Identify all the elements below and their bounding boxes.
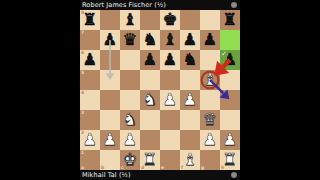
square-a2[interactable]: 2♟ [80, 130, 100, 150]
piece-white-pawn-h2[interactable]: ♟ [220, 130, 240, 150]
square-d8[interactable] [140, 10, 160, 30]
piece-black-queen-c7[interactable]: ♛ [120, 30, 140, 50]
game-panel: Robert James Fischer (½) 8♜♝♚♜7♟♛♞♝♟♟6♟♟… [80, 0, 240, 180]
square-h5[interactable] [220, 70, 240, 90]
square-c1[interactable]: c♚ [120, 150, 140, 170]
piece-black-pawn-d6[interactable]: ♟ [140, 50, 160, 70]
piece-white-bishop-f1[interactable]: ♝ [180, 150, 200, 170]
piece-white-pawn-f4[interactable]: ♟ [180, 90, 200, 110]
square-g4[interactable] [200, 90, 220, 110]
square-e6[interactable]: ♟ [160, 50, 180, 70]
piece-black-rook-a8[interactable]: ♜ [80, 10, 100, 30]
rank-coord-5: 5 [81, 70, 84, 75]
piece-black-king-e8[interactable]: ♚ [160, 10, 180, 30]
piece-white-pawn-g2[interactable]: ♟ [200, 130, 220, 150]
square-h2[interactable]: ♟ [220, 130, 240, 150]
square-e7[interactable]: ♝ [160, 30, 180, 50]
square-b5[interactable] [100, 70, 120, 90]
square-d2[interactable] [140, 130, 160, 150]
square-e8[interactable]: ♚ [160, 10, 180, 30]
square-a4[interactable]: 4 [80, 90, 100, 110]
square-d3[interactable] [140, 110, 160, 130]
bottom-player-avatar-icon [231, 172, 237, 178]
square-b2[interactable]: ♟ [100, 130, 120, 150]
piece-black-bishop-e7[interactable]: ♝ [160, 30, 180, 50]
square-c5[interactable] [120, 70, 140, 90]
square-g1[interactable]: g [200, 150, 220, 170]
bottom-player-name[interactable]: Mikhail Tal (½) [80, 170, 131, 180]
square-d7[interactable]: ♞ [140, 30, 160, 50]
square-g8[interactable] [200, 10, 220, 30]
square-h4[interactable] [220, 90, 240, 110]
square-b1[interactable]: b [100, 150, 120, 170]
chess-board[interactable]: 8♜♝♚♜7♟♛♞♝♟♟6♟♟♟♞♟✓5♝4♞♟♟3♞♛2♟♟♟♟♟1abc♚d… [80, 10, 240, 170]
square-g3[interactable]: ♛ [200, 110, 220, 130]
square-g6[interactable] [200, 50, 220, 70]
piece-white-pawn-a2[interactable]: ♟ [80, 130, 100, 150]
square-f1[interactable]: f♝ [180, 150, 200, 170]
square-e5[interactable] [160, 70, 180, 90]
rank-coord-7: 7 [81, 30, 84, 35]
square-b7[interactable]: ♟ [100, 30, 120, 50]
square-c6[interactable] [120, 50, 140, 70]
square-f8[interactable] [180, 10, 200, 30]
piece-white-rook-d1[interactable]: ♜ [140, 150, 160, 170]
square-a8[interactable]: 8♜ [80, 10, 100, 30]
piece-black-pawn-g7[interactable]: ♟ [200, 30, 220, 50]
piece-black-pawn-b7[interactable]: ♟ [100, 30, 120, 50]
correct-move-check-icon: ✓ [221, 51, 227, 58]
square-b4[interactable] [100, 90, 120, 110]
square-f3[interactable] [180, 110, 200, 130]
square-a6[interactable]: 6♟ [80, 50, 100, 70]
square-e4[interactable]: ♟ [160, 90, 180, 110]
piece-black-knight-d7[interactable]: ♞ [140, 30, 160, 50]
rank-coord-1: 1 [81, 150, 84, 155]
square-h7[interactable] [220, 30, 240, 50]
square-b6[interactable] [100, 50, 120, 70]
square-e2[interactable] [160, 130, 180, 150]
square-g5[interactable]: ♝ [200, 70, 220, 90]
square-b3[interactable] [100, 110, 120, 130]
square-h6[interactable]: ♟✓ [220, 50, 240, 70]
piece-black-bishop-c8[interactable]: ♝ [120, 10, 140, 30]
square-g7[interactable]: ♟ [200, 30, 220, 50]
piece-white-knight-c3[interactable]: ♞ [120, 110, 140, 130]
square-c3[interactable]: ♞ [120, 110, 140, 130]
square-f7[interactable]: ♟ [180, 30, 200, 50]
piece-white-knight-d4[interactable]: ♞ [140, 90, 160, 110]
square-h3[interactable] [220, 110, 240, 130]
piece-white-pawn-e4[interactable]: ♟ [160, 90, 180, 110]
square-f6[interactable]: ♞ [180, 50, 200, 70]
square-c8[interactable]: ♝ [120, 10, 140, 30]
piece-white-king-c1[interactable]: ♚ [120, 150, 140, 170]
square-f2[interactable] [180, 130, 200, 150]
piece-black-pawn-e6[interactable]: ♟ [160, 50, 180, 70]
piece-black-rook-h8[interactable]: ♜ [220, 10, 240, 30]
square-a1[interactable]: 1a [80, 150, 100, 170]
square-e3[interactable] [160, 110, 180, 130]
piece-white-pawn-b2[interactable]: ♟ [100, 130, 120, 150]
square-d6[interactable]: ♟ [140, 50, 160, 70]
square-d1[interactable]: d♜ [140, 150, 160, 170]
top-player-avatar-icon [231, 2, 237, 8]
square-a3[interactable]: 3 [80, 110, 100, 130]
square-g2[interactable]: ♟ [200, 130, 220, 150]
piece-white-pawn-c2[interactable]: ♟ [120, 130, 140, 150]
square-f4[interactable]: ♟ [180, 90, 200, 110]
square-f5[interactable] [180, 70, 200, 90]
square-h8[interactable]: ♜ [220, 10, 240, 30]
square-d5[interactable] [140, 70, 160, 90]
piece-black-knight-f6[interactable]: ♞ [180, 50, 200, 70]
square-a5[interactable]: 5 [80, 70, 100, 90]
square-e1[interactable]: e [160, 150, 180, 170]
square-c2[interactable]: ♟ [120, 130, 140, 150]
square-h1[interactable]: h♜ [220, 150, 240, 170]
rank-coord-3: 3 [81, 110, 84, 115]
square-b8[interactable] [100, 10, 120, 30]
piece-black-pawn-a6[interactable]: ♟ [80, 50, 100, 70]
top-player-bar: Robert James Fischer (½) [80, 0, 240, 10]
square-c7[interactable]: ♛ [120, 30, 140, 50]
piece-white-bishop-g5[interactable]: ♝ [200, 70, 220, 90]
app-screenshot: Robert James Fischer (½) 8♜♝♚♜7♟♛♞♝♟♟6♟♟… [0, 0, 320, 180]
bottom-player-bar: Mikhail Tal (½) [80, 170, 240, 180]
square-a7[interactable]: 7 [80, 30, 100, 50]
piece-black-pawn-f7[interactable]: ♟ [180, 30, 200, 50]
square-c4[interactable] [120, 90, 140, 110]
top-player-name[interactable]: Robert James Fischer (½) [80, 0, 166, 10]
square-d4[interactable]: ♞ [140, 90, 160, 110]
rank-coord-4: 4 [81, 90, 84, 95]
piece-white-rook-h1[interactable]: ♜ [220, 150, 240, 170]
piece-white-queen-g3[interactable]: ♛ [200, 110, 220, 130]
